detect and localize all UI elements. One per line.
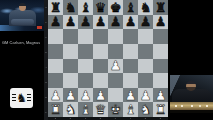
- square-a8[interactable]: ♜: [48, 0, 63, 15]
- player-cam-left: [0, 0, 44, 31]
- square-a6[interactable]: [48, 29, 63, 44]
- file-label-e: e: [111, 118, 120, 120]
- piece-br: ♜: [155, 1, 167, 14]
- broadcaster-logo-mark: [37, 26, 42, 29]
- player-name-right: GM Nepomniachtchi, Ian: [170, 113, 213, 120]
- square-f7[interactable]: ♟: [123, 15, 138, 30]
- file-label-d: d: [96, 118, 105, 120]
- player-left-head: [19, 3, 26, 11]
- file-label-c: c: [81, 118, 90, 120]
- square-g4[interactable]: [138, 59, 153, 74]
- piece-wk: ♚: [110, 103, 122, 116]
- game-table: [170, 102, 213, 110]
- piece-bp: ♟: [65, 15, 77, 28]
- piece-wr: ♜: [50, 103, 62, 116]
- square-e7[interactable]: ♟: [108, 15, 123, 30]
- square-b3[interactable]: [63, 73, 78, 88]
- piece-bb: ♝: [125, 1, 137, 14]
- square-c5[interactable]: [78, 44, 93, 59]
- square-e1[interactable]: ♚: [108, 102, 123, 117]
- square-g7[interactable]: ♟: [138, 15, 153, 30]
- square-g1[interactable]: ♞: [138, 102, 153, 117]
- square-d5[interactable]: [93, 44, 108, 59]
- piece-bp: ♟: [50, 15, 62, 28]
- rank-label-3: 3: [45, 78, 47, 87]
- broadcast-frame: GM Carlsen, Magnus ♞ 87654321 ♜♞♝♛♚♝♞♜♟♟…: [0, 0, 213, 120]
- file-label-b: b: [66, 118, 75, 120]
- square-f6[interactable]: [123, 29, 138, 44]
- rank-label-7: 7: [45, 18, 47, 27]
- square-d2[interactable]: ♟: [93, 88, 108, 103]
- square-c8[interactable]: ♝: [78, 0, 93, 15]
- piece-bn: ♞: [65, 1, 77, 14]
- square-f4[interactable]: [123, 59, 138, 74]
- square-d3[interactable]: [93, 73, 108, 88]
- square-d7[interactable]: ♟: [93, 15, 108, 30]
- piece-br: ♜: [50, 1, 62, 14]
- square-b6[interactable]: [63, 29, 78, 44]
- square-h6[interactable]: [153, 29, 168, 44]
- square-h8[interactable]: ♜: [153, 0, 168, 15]
- square-e6[interactable]: [108, 29, 123, 44]
- square-a5[interactable]: [48, 44, 63, 59]
- square-e2[interactable]: [108, 88, 123, 103]
- piece-bp: ♟: [110, 15, 122, 28]
- square-b8[interactable]: ♞: [63, 0, 78, 15]
- square-h4[interactable]: [153, 59, 168, 74]
- square-c3[interactable]: [78, 73, 93, 88]
- rank-label-6: 6: [45, 33, 47, 42]
- square-g8[interactable]: ♞: [138, 0, 153, 15]
- piece-wp: ♟: [50, 89, 62, 102]
- square-f2[interactable]: ♟: [123, 88, 138, 103]
- knight-icon: ♞: [16, 92, 27, 104]
- square-h1[interactable]: ♜: [153, 102, 168, 117]
- rank-label-8: 8: [45, 3, 47, 12]
- square-c6[interactable]: [78, 29, 93, 44]
- square-c4[interactable]: [78, 59, 93, 74]
- square-c2[interactable]: ♟: [78, 88, 93, 103]
- piece-wq: ♛: [95, 103, 107, 116]
- square-g2[interactable]: ♟: [138, 88, 153, 103]
- piece-wn: ♞: [65, 103, 77, 116]
- player-cam-right: [170, 75, 213, 113]
- piece-bn: ♞: [140, 1, 152, 14]
- rank-label-4: 4: [45, 63, 47, 72]
- chess-board: ♜♞♝♛♚♝♞♜♟♟♟♟♟♟♟♟♟♟♟♟♟♟♟♟♜♞♝♛♚♝♞♜: [48, 0, 168, 117]
- piece-bb: ♝: [80, 1, 92, 14]
- square-h7[interactable]: ♟: [153, 15, 168, 30]
- player-right-head: [186, 81, 196, 91]
- rank-label-1: 1: [45, 108, 47, 117]
- piece-bq: ♛: [95, 1, 107, 14]
- square-d1[interactable]: ♛: [93, 102, 108, 117]
- piece-bp: ♟: [155, 15, 167, 28]
- square-d6[interactable]: [93, 29, 108, 44]
- piece-bk: ♚: [110, 1, 122, 14]
- piece-wr: ♜: [155, 103, 167, 116]
- piece-wp: ♟: [125, 89, 137, 102]
- rank-label-2: 2: [45, 93, 47, 102]
- piece-wp: ♟: [65, 89, 77, 102]
- square-c1[interactable]: ♝: [78, 102, 93, 117]
- file-coordinates: abcdefgh: [48, 117, 168, 120]
- file-label-h: h: [156, 118, 165, 120]
- square-f5[interactable]: [123, 44, 138, 59]
- square-g6[interactable]: [138, 29, 153, 44]
- player-name-left-text: GM Carlsen, Magnus: [2, 41, 40, 45]
- file-label-f: f: [126, 118, 135, 120]
- square-e3[interactable]: [108, 73, 123, 88]
- piece-bp: ♟: [125, 15, 137, 28]
- piece-wp: ♟: [95, 89, 107, 102]
- square-a7[interactable]: ♟: [48, 15, 63, 30]
- square-e5[interactable]: [108, 44, 123, 59]
- square-d8[interactable]: ♛: [93, 0, 108, 15]
- square-e4[interactable]: ♟: [108, 59, 123, 74]
- piece-wp: ♟: [140, 89, 152, 102]
- event-logo: ♞: [10, 88, 33, 108]
- square-b4[interactable]: [63, 59, 78, 74]
- piece-wp: ♟: [155, 89, 167, 102]
- square-h2[interactable]: ♟: [153, 88, 168, 103]
- square-b5[interactable]: [63, 44, 78, 59]
- player-left-arms: [11, 19, 34, 25]
- piece-bp: ♟: [80, 15, 92, 28]
- square-e8[interactable]: ♚: [108, 0, 123, 15]
- square-d4[interactable]: [93, 59, 108, 74]
- logo-wing-left-icon: [12, 94, 16, 102]
- logo-wing-right-icon: [27, 94, 31, 102]
- piece-bp: ♟: [140, 15, 152, 28]
- square-a4[interactable]: [48, 59, 63, 74]
- square-g3[interactable]: [138, 73, 153, 88]
- square-b7[interactable]: ♟: [63, 15, 78, 30]
- square-b2[interactable]: ♟: [63, 88, 78, 103]
- square-g5[interactable]: [138, 44, 153, 59]
- piece-bp: ♟: [95, 15, 107, 28]
- square-b1[interactable]: ♞: [63, 102, 78, 117]
- square-f8[interactable]: ♝: [123, 0, 138, 15]
- square-f1[interactable]: ♝: [123, 102, 138, 117]
- piece-wp: ♟: [110, 59, 122, 72]
- square-h5[interactable]: [153, 44, 168, 59]
- file-label-g: g: [141, 118, 150, 120]
- square-a1[interactable]: ♜: [48, 102, 63, 117]
- square-h3[interactable]: [153, 73, 168, 88]
- piece-wp: ♟: [80, 89, 92, 102]
- piece-wb: ♝: [125, 103, 137, 116]
- square-a2[interactable]: ♟: [48, 88, 63, 103]
- piece-wb: ♝: [80, 103, 92, 116]
- square-a3[interactable]: [48, 73, 63, 88]
- piece-wn: ♞: [140, 103, 152, 116]
- file-label-a: a: [51, 118, 60, 120]
- rank-label-5: 5: [45, 48, 47, 57]
- square-f3[interactable]: [123, 73, 138, 88]
- square-c7[interactable]: ♟: [78, 15, 93, 30]
